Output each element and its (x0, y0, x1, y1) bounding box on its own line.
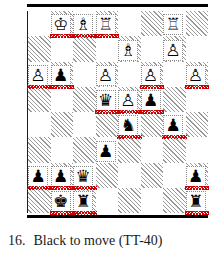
square-c6 (73, 62, 96, 87)
square-b2: ♟ (51, 163, 74, 188)
red-squiggle-mark (117, 110, 142, 114)
square-e4: ♞ (118, 112, 141, 137)
square-e2 (118, 163, 141, 188)
square-b3 (51, 137, 74, 162)
chess-board: ♔♗♖♖♗♙♙♟♙♙♙♛♙♟♞♟♟♟♟♛♟♚♜♜ (27, 11, 207, 213)
square-a4 (28, 112, 51, 137)
square-c3 (73, 137, 96, 162)
red-squiggle-mark (50, 211, 75, 215)
black-queen-glyph: ♛ (75, 168, 90, 185)
square-d3: ♟ (96, 137, 119, 162)
diagram-caption: 16.Black to move (TT-40) (8, 233, 162, 249)
square-g6 (163, 62, 186, 87)
square-g2 (163, 163, 186, 188)
square-c7 (73, 36, 96, 61)
red-squiggle-mark (50, 34, 75, 38)
board-top-border (27, 4, 208, 7)
square-b8: ♔ (51, 11, 74, 36)
red-squiggle-mark (50, 85, 75, 89)
caption-text: Black to move (TT-40) (34, 233, 163, 248)
piece-black-pawn: ♟ (51, 65, 71, 86)
piece-white-pawn: ♙ (141, 65, 161, 86)
square-e7: ♗ (118, 36, 141, 61)
piece-black-pawn: ♟ (51, 166, 71, 187)
square-g1 (163, 188, 186, 213)
red-squiggle-mark (185, 211, 210, 215)
black-pawn-glyph: ♟ (30, 168, 45, 185)
piece-black-rook: ♜ (73, 191, 93, 212)
white-pawn-glyph: ♙ (188, 67, 203, 84)
piece-black-pawn: ♟ (28, 166, 48, 187)
red-squiggle-mark (185, 85, 210, 89)
black-rook-glyph: ♜ (75, 193, 90, 210)
black-pawn-glyph: ♟ (53, 168, 68, 185)
piece-white-pawn: ♙ (96, 65, 116, 86)
piece-white-pawn: ♙ (163, 40, 183, 61)
square-f6: ♙ (141, 62, 164, 87)
square-b5 (51, 87, 74, 112)
black-pawn-glyph: ♟ (188, 168, 203, 185)
piece-white-rook: ♖ (163, 14, 183, 35)
square-a7 (28, 36, 51, 61)
square-h4 (186, 112, 209, 137)
piece-white-king: ♔ (51, 14, 71, 35)
piece-black-pawn: ♟ (96, 141, 116, 162)
piece-white-bishop: ♗ (73, 14, 93, 35)
square-a5 (28, 87, 51, 112)
square-f2 (141, 163, 164, 188)
red-squiggle-mark (95, 110, 120, 114)
square-c8: ♗ (73, 11, 96, 36)
piece-black-pawn: ♟ (141, 90, 161, 111)
red-squiggle-mark (72, 34, 97, 38)
piece-black-queen: ♛ (96, 90, 116, 111)
red-squiggle-mark (72, 186, 97, 190)
square-c1: ♜ (73, 188, 96, 213)
red-squiggle-mark (50, 186, 75, 190)
square-b6: ♟ (51, 62, 74, 87)
square-f4 (141, 112, 164, 137)
square-a3 (28, 137, 51, 162)
white-pawn-glyph: ♙ (98, 67, 113, 84)
red-squiggle-mark (140, 85, 165, 89)
square-g3 (163, 137, 186, 162)
white-rook-glyph: ♖ (98, 16, 113, 33)
square-f3 (141, 137, 164, 162)
red-squiggle-mark (117, 135, 142, 139)
black-pawn-glyph: ♟ (165, 117, 180, 134)
square-g8: ♖ (163, 11, 186, 36)
piece-black-rook: ♜ (186, 191, 206, 212)
red-squiggle-mark (72, 211, 97, 215)
square-f8 (141, 11, 164, 36)
black-pawn-glyph: ♟ (98, 143, 113, 160)
square-c4 (73, 112, 96, 137)
square-d4 (96, 112, 119, 137)
square-f7 (141, 36, 164, 61)
white-pawn-glyph: ♙ (143, 67, 158, 84)
black-king-glyph: ♚ (53, 193, 68, 210)
chess-diagram: ♔♗♖♖♗♙♙♟♙♙♙♛♙♟♞♟♟♟♟♛♟♚♜♜ (27, 4, 208, 218)
square-g5 (163, 87, 186, 112)
square-h3 (186, 137, 209, 162)
square-a1 (28, 188, 51, 213)
white-pawn-glyph: ♙ (120, 92, 135, 109)
square-b1: ♚ (51, 188, 74, 213)
black-pawn-glyph: ♟ (53, 67, 68, 84)
square-b4 (51, 112, 74, 137)
red-squiggle-mark (95, 34, 120, 38)
square-g4: ♟ (163, 112, 186, 137)
white-pawn-glyph: ♙ (30, 67, 45, 84)
caption-number: 16. (8, 233, 26, 248)
square-e8 (118, 11, 141, 36)
white-pawn-glyph: ♙ (165, 42, 180, 59)
red-squiggle-mark (140, 110, 165, 114)
piece-black-pawn: ♟ (163, 115, 183, 136)
board-bottom-border (27, 215, 208, 218)
square-d1 (96, 188, 119, 213)
red-squiggle-mark (185, 186, 210, 190)
square-h7 (186, 36, 209, 61)
square-e6 (118, 62, 141, 87)
black-knight-glyph: ♞ (120, 117, 135, 134)
square-d6: ♙ (96, 62, 119, 87)
piece-white-pawn: ♙ (186, 65, 206, 86)
square-c5 (73, 87, 96, 112)
red-squiggle-mark (27, 85, 52, 89)
square-e3 (118, 137, 141, 162)
square-a8 (28, 11, 51, 36)
black-rook-glyph: ♜ (188, 193, 203, 210)
square-f5: ♟ (141, 87, 164, 112)
square-g7: ♙ (163, 36, 186, 61)
square-e5: ♙ (118, 87, 141, 112)
square-h1: ♜ (186, 188, 209, 213)
black-queen-glyph: ♛ (98, 92, 113, 109)
piece-white-pawn: ♙ (118, 90, 138, 111)
piece-white-bishop: ♗ (118, 40, 138, 61)
square-c2: ♛ (73, 163, 96, 188)
piece-black-knight: ♞ (118, 115, 138, 136)
square-b7 (51, 36, 74, 61)
square-h2: ♟ (186, 163, 209, 188)
white-bishop-glyph: ♗ (75, 16, 90, 33)
white-bishop-glyph: ♗ (120, 42, 135, 59)
square-d8: ♖ (96, 11, 119, 36)
piece-black-king: ♚ (51, 191, 71, 212)
square-d2 (96, 163, 119, 188)
white-king-glyph: ♔ (53, 16, 68, 33)
piece-black-pawn: ♟ (186, 166, 206, 187)
square-h6: ♙ (186, 62, 209, 87)
square-d5: ♛ (96, 87, 119, 112)
square-a2: ♟ (28, 163, 51, 188)
square-f1 (141, 188, 164, 213)
square-h5 (186, 87, 209, 112)
red-squiggle-mark (27, 186, 52, 190)
square-a6: ♙ (28, 62, 51, 87)
piece-white-rook: ♖ (96, 14, 116, 35)
black-pawn-glyph: ♟ (143, 92, 158, 109)
white-rook-glyph: ♖ (165, 16, 180, 33)
square-e1 (118, 188, 141, 213)
piece-black-queen: ♛ (73, 166, 93, 187)
red-squiggle-mark (162, 135, 187, 139)
square-d7 (96, 36, 119, 61)
piece-white-pawn: ♙ (28, 65, 48, 86)
square-h8 (186, 11, 209, 36)
